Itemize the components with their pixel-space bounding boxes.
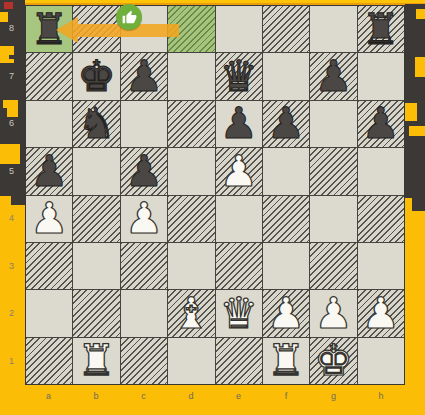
square-g5[interactable] — [310, 148, 356, 194]
file-label-a: a — [25, 391, 72, 401]
file-label-f: f — [263, 391, 310, 401]
square-b3[interactable] — [73, 243, 119, 289]
square-a4[interactable]: ♟ — [26, 196, 72, 242]
white-pawn[interactable]: ♟ — [314, 292, 353, 335]
square-b7[interactable]: ♚ — [73, 53, 119, 99]
black-pawn[interactable]: ♟ — [125, 55, 164, 98]
square-h2[interactable]: ♟ — [358, 290, 404, 336]
rank-label-7: 7 — [0, 71, 23, 81]
thumbs-up-icon — [122, 10, 137, 25]
square-d2[interactable]: ♝ — [168, 290, 214, 336]
white-pawn[interactable]: ♟ — [125, 197, 164, 240]
white-rook[interactable]: ♜ — [77, 339, 116, 382]
white-pawn[interactable]: ♟ — [219, 150, 258, 193]
file-label-g: g — [310, 391, 357, 401]
rank-label-2: 2 — [0, 308, 23, 318]
square-b5[interactable] — [73, 148, 119, 194]
black-pawn[interactable]: ♟ — [30, 150, 69, 193]
square-h5[interactable] — [358, 148, 404, 194]
square-f4[interactable] — [263, 196, 309, 242]
square-e7[interactable]: ♛ — [216, 53, 262, 99]
square-f7[interactable] — [263, 53, 309, 99]
rank-label-4: 4 — [0, 213, 23, 223]
square-g8[interactable] — [310, 6, 356, 52]
square-f5[interactable] — [263, 148, 309, 194]
square-g3[interactable] — [310, 243, 356, 289]
square-h8[interactable]: ♜ — [358, 6, 404, 52]
square-b2[interactable] — [73, 290, 119, 336]
file-label-h: h — [358, 391, 405, 401]
square-a5[interactable]: ♟ — [26, 148, 72, 194]
square-e8[interactable] — [216, 6, 262, 52]
white-queen[interactable]: ♛ — [219, 292, 258, 335]
rank-label-1: 1 — [0, 356, 23, 366]
chess-app-window: ♜♜♚♟♛♟♞♟♟♟♟♟♟♟♟♝♛♟♟♟♜♜♚ 87654321 abcdefg… — [0, 0, 425, 415]
square-f3[interactable] — [263, 243, 309, 289]
black-queen[interactable]: ♛ — [219, 55, 258, 98]
file-label-d: d — [168, 391, 215, 401]
white-pawn[interactable]: ♟ — [30, 197, 69, 240]
square-d7[interactable] — [168, 53, 214, 99]
square-h6[interactable]: ♟ — [358, 101, 404, 147]
square-d4[interactable] — [168, 196, 214, 242]
file-label-b: b — [73, 391, 120, 401]
square-g1[interactable]: ♚ — [310, 338, 356, 384]
rank-label-6: 6 — [0, 118, 23, 128]
square-f6[interactable]: ♟ — [263, 101, 309, 147]
square-e4[interactable] — [216, 196, 262, 242]
chess-board: ♜♜♚♟♛♟♞♟♟♟♟♟♟♟♟♝♛♟♟♟♜♜♚ — [25, 5, 405, 385]
square-f1[interactable]: ♜ — [263, 338, 309, 384]
black-knight[interactable]: ♞ — [77, 102, 116, 145]
black-pawn[interactable]: ♟ — [267, 102, 306, 145]
square-d3[interactable] — [168, 243, 214, 289]
rank-label-8: 8 — [0, 23, 23, 33]
square-b6[interactable]: ♞ — [73, 101, 119, 147]
square-e2[interactable]: ♛ — [216, 290, 262, 336]
square-g6[interactable] — [310, 101, 356, 147]
square-f2[interactable]: ♟ — [263, 290, 309, 336]
square-a1[interactable] — [26, 338, 72, 384]
rank-label-5: 5 — [0, 166, 23, 176]
move-feedback-badge — [116, 4, 142, 30]
white-pawn[interactable]: ♟ — [267, 292, 306, 335]
square-d5[interactable] — [168, 148, 214, 194]
black-pawn[interactable]: ♟ — [125, 150, 164, 193]
square-a2[interactable] — [26, 290, 72, 336]
square-b1[interactable]: ♜ — [73, 338, 119, 384]
rank-label-3: 3 — [0, 261, 23, 271]
square-c6[interactable] — [121, 101, 167, 147]
square-h4[interactable] — [358, 196, 404, 242]
square-f8[interactable] — [263, 6, 309, 52]
square-h1[interactable] — [358, 338, 404, 384]
white-king[interactable]: ♚ — [314, 339, 353, 382]
square-a7[interactable] — [26, 53, 72, 99]
square-d1[interactable] — [168, 338, 214, 384]
square-d6[interactable] — [168, 101, 214, 147]
square-b4[interactable] — [73, 196, 119, 242]
square-g7[interactable]: ♟ — [310, 53, 356, 99]
square-e5[interactable]: ♟ — [216, 148, 262, 194]
square-h7[interactable] — [358, 53, 404, 99]
white-bishop[interactable]: ♝ — [172, 292, 211, 335]
black-pawn[interactable]: ♟ — [314, 55, 353, 98]
square-a3[interactable] — [26, 243, 72, 289]
move-arrow-head — [56, 17, 78, 43]
square-g2[interactable]: ♟ — [310, 290, 356, 336]
red-pixel-accent — [4, 2, 13, 9]
file-label-c: c — [120, 391, 167, 401]
square-c7[interactable]: ♟ — [121, 53, 167, 99]
white-rook[interactable]: ♜ — [267, 339, 306, 382]
black-pawn[interactable]: ♟ — [362, 102, 401, 145]
square-g4[interactable] — [310, 196, 356, 242]
square-a6[interactable] — [26, 101, 72, 147]
square-c5[interactable]: ♟ — [121, 148, 167, 194]
square-c1[interactable] — [121, 338, 167, 384]
square-e6[interactable]: ♟ — [216, 101, 262, 147]
square-c4[interactable]: ♟ — [121, 196, 167, 242]
square-h3[interactable] — [358, 243, 404, 289]
square-c3[interactable] — [121, 243, 167, 289]
black-king[interactable]: ♚ — [77, 55, 116, 98]
file-label-e: e — [215, 391, 262, 401]
white-pawn[interactable]: ♟ — [362, 292, 401, 335]
square-c2[interactable] — [121, 290, 167, 336]
square-e1[interactable] — [216, 338, 262, 384]
black-pawn[interactable]: ♟ — [219, 102, 258, 145]
black-rook[interactable]: ♜ — [362, 8, 401, 51]
square-e3[interactable] — [216, 243, 262, 289]
